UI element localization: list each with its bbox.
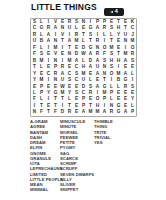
word-list-item: LEPRECHAUNS	[30, 166, 63, 171]
puzzle-title: LITTLE THINGS	[31, 2, 97, 12]
word-list-item: SEVEN DWARFS	[60, 172, 94, 177]
grid-cell[interactable]: E	[73, 110, 80, 116]
word-list-item: YES	[94, 140, 113, 145]
badge-number: 4	[115, 9, 118, 15]
grid-cell[interactable]: R	[108, 110, 115, 116]
word-list-column-3: THIMBLETHINGTRITETRIVIALYES	[94, 119, 113, 145]
page-badge[interactable]: 4	[104, 8, 124, 16]
grid-cell[interactable]: A	[101, 110, 108, 116]
grid-cell[interactable]: P	[129, 110, 136, 116]
grid-cell[interactable]: A	[122, 110, 129, 116]
grid-cell[interactable]: R	[66, 110, 73, 116]
grid-cell[interactable]: A	[80, 110, 87, 116]
left-arrow-icon	[110, 11, 113, 13]
letter-grid[interactable]: SLIVERSNIPPETEKCGRANULEGARSHTCRLAIVIRTSI…	[30, 18, 137, 117]
grid-cell[interactable]: M	[94, 110, 101, 116]
grid-cell[interactable]: N	[31, 110, 38, 116]
grid-cell[interactable]: G	[115, 110, 122, 116]
grid-cell[interactable]: T	[45, 110, 52, 116]
grid-cell[interactable]: F	[52, 110, 59, 116]
word-list-column-2: MINUSCULEMINUTEMORSELPEEWEEPETITEPYGMYSA…	[60, 119, 94, 193]
grid-cell[interactable]: D	[59, 110, 66, 116]
word-list-item: SNIPPET	[60, 187, 94, 192]
word-list-column-1: A-GRAMAGREEBANTAMDASHDREAMELFINGNOMEGRAN…	[30, 119, 63, 193]
grid-cell[interactable]: M	[87, 110, 94, 116]
word-list-item: MINIMAL	[30, 187, 63, 192]
grid-cell[interactable]: F	[38, 110, 45, 116]
